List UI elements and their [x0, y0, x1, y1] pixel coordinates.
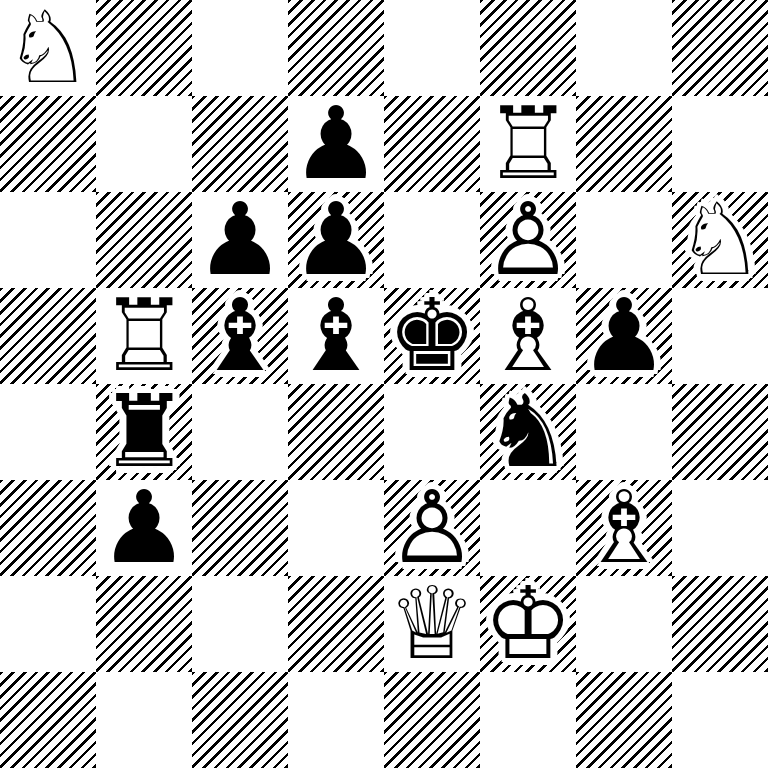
square-c6[interactable]: ♟♟ — [192, 192, 288, 288]
square-d5[interactable]: ♝♝ — [288, 288, 384, 384]
white-rook[interactable]: ♜♖ — [96, 288, 192, 384]
piece-glyph: ♖ — [480, 96, 576, 192]
piece-glyph: ♘ — [672, 192, 768, 288]
white-knight[interactable]: ♞♘ — [0, 0, 96, 96]
piece-glyph: ♜ — [96, 384, 192, 480]
square-e4[interactable] — [384, 384, 480, 480]
square-e5[interactable]: ♚♚ — [384, 288, 480, 384]
square-h5[interactable] — [672, 288, 768, 384]
black-pawn[interactable]: ♟♟ — [96, 480, 192, 576]
square-a3[interactable] — [0, 480, 96, 576]
piece-glyph: ♚ — [384, 288, 480, 384]
square-h6[interactable]: ♞♘ — [672, 192, 768, 288]
square-h4[interactable] — [672, 384, 768, 480]
square-a8[interactable]: ♞♘ — [0, 0, 96, 96]
black-rook[interactable]: ♜♜ — [96, 384, 192, 480]
square-e6[interactable] — [384, 192, 480, 288]
square-f4[interactable]: ♞♞ — [480, 384, 576, 480]
square-a6[interactable] — [0, 192, 96, 288]
square-d4[interactable] — [288, 384, 384, 480]
piece-glyph: ♟ — [192, 192, 288, 288]
white-pawn[interactable]: ♟♙ — [480, 192, 576, 288]
square-h2[interactable] — [672, 576, 768, 672]
square-f6[interactable]: ♟♙ — [480, 192, 576, 288]
square-d2[interactable] — [288, 576, 384, 672]
square-f3[interactable] — [480, 480, 576, 576]
white-king[interactable]: ♚♔ — [480, 576, 576, 672]
square-b2[interactable] — [96, 576, 192, 672]
square-a4[interactable] — [0, 384, 96, 480]
piece-glyph: ♘ — [0, 0, 96, 96]
square-b3[interactable]: ♟♟ — [96, 480, 192, 576]
square-a5[interactable] — [0, 288, 96, 384]
square-g7[interactable] — [576, 96, 672, 192]
square-e1[interactable] — [384, 672, 480, 768]
black-pawn[interactable]: ♟♟ — [192, 192, 288, 288]
square-h7[interactable] — [672, 96, 768, 192]
square-h3[interactable] — [672, 480, 768, 576]
square-e3[interactable]: ♟♙ — [384, 480, 480, 576]
square-f7[interactable]: ♜♖ — [480, 96, 576, 192]
white-queen[interactable]: ♛♕ — [384, 576, 480, 672]
square-b7[interactable] — [96, 96, 192, 192]
square-c5[interactable]: ♝♝ — [192, 288, 288, 384]
white-knight[interactable]: ♞♘ — [672, 192, 768, 288]
square-b4[interactable]: ♜♜ — [96, 384, 192, 480]
piece-glyph: ♟ — [288, 192, 384, 288]
piece-glyph: ♗ — [480, 288, 576, 384]
black-bishop[interactable]: ♝♝ — [288, 288, 384, 384]
chess-board: ♞♘♟♟♜♖♟♟♟♟♟♙♞♘♜♖♝♝♝♝♚♚♝♗♟♟♜♜♞♞♟♟♟♙♝♗♛♕♚♔ — [0, 0, 768, 768]
square-h1[interactable] — [672, 672, 768, 768]
piece-glyph: ♕ — [384, 576, 480, 672]
square-c4[interactable] — [192, 384, 288, 480]
piece-glyph: ♙ — [384, 480, 480, 576]
white-bishop[interactable]: ♝♗ — [480, 288, 576, 384]
square-c2[interactable] — [192, 576, 288, 672]
square-d7[interactable]: ♟♟ — [288, 96, 384, 192]
square-c1[interactable] — [192, 672, 288, 768]
square-f8[interactable] — [480, 0, 576, 96]
black-pawn[interactable]: ♟♟ — [288, 192, 384, 288]
square-b1[interactable] — [96, 672, 192, 768]
piece-glyph: ♗ — [576, 480, 672, 576]
square-d8[interactable] — [288, 0, 384, 96]
square-e8[interactable] — [384, 0, 480, 96]
piece-glyph: ♝ — [192, 288, 288, 384]
square-g2[interactable] — [576, 576, 672, 672]
piece-glyph: ♔ — [480, 576, 576, 672]
square-a7[interactable] — [0, 96, 96, 192]
square-e7[interactable] — [384, 96, 480, 192]
square-g5[interactable]: ♟♟ — [576, 288, 672, 384]
square-g8[interactable] — [576, 0, 672, 96]
piece-glyph: ♟ — [96, 480, 192, 576]
square-g1[interactable] — [576, 672, 672, 768]
square-b6[interactable] — [96, 192, 192, 288]
black-knight[interactable]: ♞♞ — [480, 384, 576, 480]
square-f1[interactable] — [480, 672, 576, 768]
piece-glyph: ♞ — [480, 384, 576, 480]
white-bishop[interactable]: ♝♗ — [576, 480, 672, 576]
square-d6[interactable]: ♟♟ — [288, 192, 384, 288]
square-g3[interactable]: ♝♗ — [576, 480, 672, 576]
black-king[interactable]: ♚♚ — [384, 288, 480, 384]
black-pawn[interactable]: ♟♟ — [576, 288, 672, 384]
white-pawn[interactable]: ♟♙ — [384, 480, 480, 576]
piece-glyph: ♟ — [576, 288, 672, 384]
square-c8[interactable] — [192, 0, 288, 96]
white-rook[interactable]: ♜♖ — [480, 96, 576, 192]
square-b5[interactable]: ♜♖ — [96, 288, 192, 384]
square-e2[interactable]: ♛♕ — [384, 576, 480, 672]
square-b8[interactable] — [96, 0, 192, 96]
square-c7[interactable] — [192, 96, 288, 192]
square-a2[interactable] — [0, 576, 96, 672]
square-d1[interactable] — [288, 672, 384, 768]
piece-glyph: ♙ — [480, 192, 576, 288]
square-g4[interactable] — [576, 384, 672, 480]
square-d3[interactable] — [288, 480, 384, 576]
square-f2[interactable]: ♚♔ — [480, 576, 576, 672]
square-a1[interactable] — [0, 672, 96, 768]
piece-glyph: ♟ — [288, 96, 384, 192]
square-g6[interactable] — [576, 192, 672, 288]
square-c3[interactable] — [192, 480, 288, 576]
piece-glyph: ♝ — [288, 288, 384, 384]
black-pawn[interactable]: ♟♟ — [288, 96, 384, 192]
black-bishop[interactable]: ♝♝ — [192, 288, 288, 384]
square-f5[interactable]: ♝♗ — [480, 288, 576, 384]
piece-glyph: ♖ — [96, 288, 192, 384]
square-h8[interactable] — [672, 0, 768, 96]
